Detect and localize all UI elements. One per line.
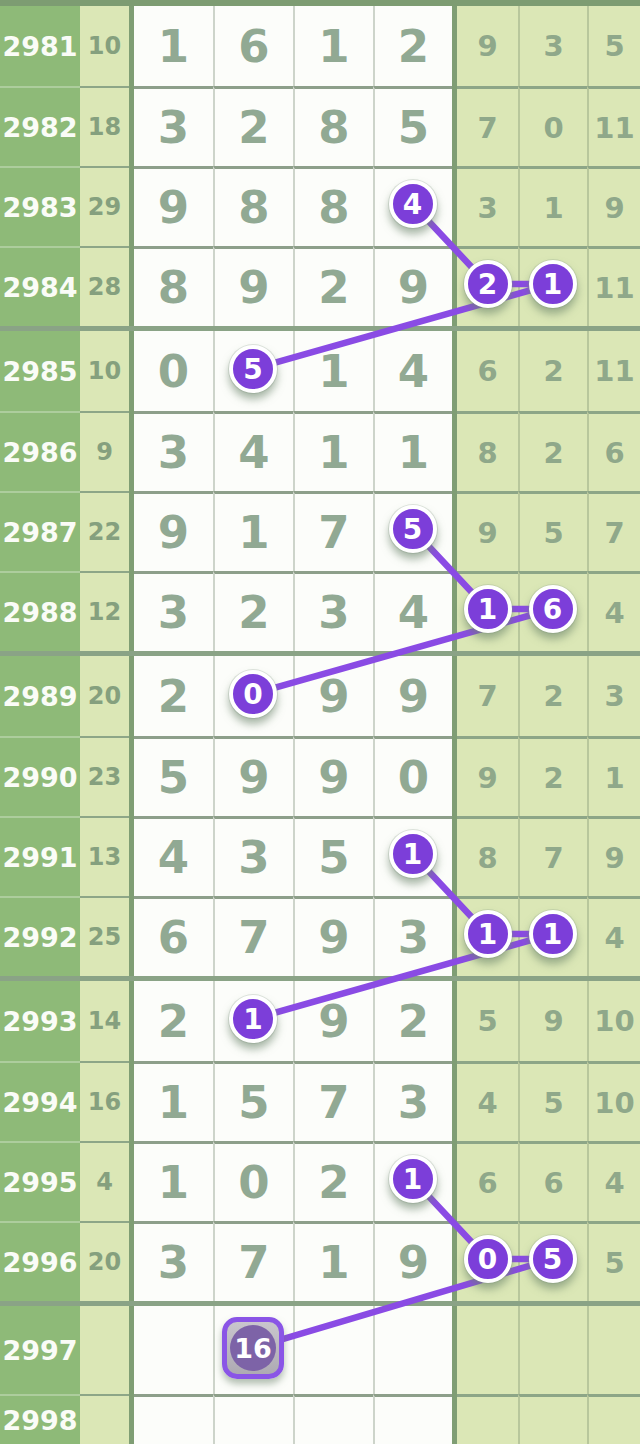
- circled-number: 1: [464, 910, 512, 958]
- digit-cell: 1: [293, 331, 373, 411]
- period-cell: 2993: [0, 981, 80, 1061]
- digit-cell: 5: [293, 816, 373, 896]
- digit-cell: 3: [293, 571, 373, 651]
- circled-number: 5: [389, 505, 437, 553]
- digit-cell: 8: [213, 166, 293, 246]
- group-separator: [0, 976, 640, 981]
- stat-cell: 7: [457, 86, 518, 166]
- stat-cell: 6: [587, 411, 640, 491]
- digit-cell: 9: [213, 246, 293, 326]
- digit-cell: 4: [373, 571, 452, 651]
- digit-cell: 2: [134, 656, 213, 736]
- circled-number: 5: [529, 1235, 577, 1283]
- stat-cell: 7: [518, 816, 587, 896]
- digit-cell: 3: [134, 86, 213, 166]
- sum-cell: [80, 1306, 129, 1394]
- period-cell: 2986: [0, 411, 80, 491]
- digit-cell: 9: [373, 246, 452, 326]
- stat-cell: 7: [457, 656, 518, 736]
- stat-cell: 10: [587, 1061, 640, 1141]
- stat-cell: 11: [587, 86, 640, 166]
- stat-cell: 5: [587, 1221, 640, 1301]
- digit-cell: [373, 1394, 452, 1444]
- stat-cell: 5: [518, 491, 587, 571]
- circled-number: 0: [464, 1235, 512, 1283]
- stat-cell: 9: [457, 6, 518, 86]
- table-row-2993: 2993142925910: [0, 981, 640, 1061]
- period-cell: 2987: [0, 491, 80, 571]
- stat-cell: 4: [587, 896, 640, 976]
- digit-cell: [134, 1394, 213, 1444]
- stat-cell: 7: [587, 491, 640, 571]
- period-cell: 2988: [0, 571, 80, 651]
- sum-cell: 10: [80, 331, 129, 411]
- digit-cell: 1: [213, 491, 293, 571]
- digit-cell: 4: [373, 331, 452, 411]
- sum-cell: 29: [80, 166, 129, 246]
- stat-cell: 2: [518, 656, 587, 736]
- period-cell: 2985: [0, 331, 80, 411]
- digit-cell: 5: [373, 86, 452, 166]
- digit-cell: 2: [213, 571, 293, 651]
- digit-cell: 9: [373, 656, 452, 736]
- table-row-2997: 2997: [0, 1306, 640, 1394]
- sum-cell: 20: [80, 656, 129, 736]
- period-cell: 2998: [0, 1394, 80, 1444]
- table-row-2991: 299113435879: [0, 816, 640, 896]
- digit-cell: 2: [373, 981, 452, 1061]
- stat-cell: 1: [518, 166, 587, 246]
- stat-cell: [587, 1306, 640, 1394]
- digit-cell: [373, 1306, 452, 1394]
- table-row-2982: 29821832857011: [0, 86, 640, 166]
- digit-cell: 3: [213, 816, 293, 896]
- digit-cell: 2: [134, 981, 213, 1061]
- digit-cell: 9: [293, 736, 373, 816]
- digit-cell: 5: [134, 736, 213, 816]
- table-row-2989: 298920299723: [0, 656, 640, 736]
- table-row-2990: 2990235990921: [0, 736, 640, 816]
- sum-cell: 28: [80, 246, 129, 326]
- digit-cell: 4: [213, 411, 293, 491]
- digit-cell: 9: [134, 166, 213, 246]
- stat-cell: [587, 1394, 640, 1444]
- sum-cell: 23: [80, 736, 129, 816]
- circled-number: 1: [389, 830, 437, 878]
- stat-cell: 3: [587, 656, 640, 736]
- digit-cell: 8: [134, 246, 213, 326]
- digit-cell: 0: [373, 736, 452, 816]
- stat-cell: 5: [518, 1061, 587, 1141]
- period-cell: 2990: [0, 736, 80, 816]
- period-cell: 2983: [0, 166, 80, 246]
- sum-cell: 20: [80, 1221, 129, 1301]
- sum-cell: [80, 1394, 129, 1444]
- lottery-trend-chart: 2981101612935298218328570112983299883192…: [0, 0, 640, 1444]
- circled-number: 1: [529, 910, 577, 958]
- stat-cell: 11: [587, 246, 640, 326]
- digit-cell: 7: [293, 1061, 373, 1141]
- sum-cell: 9: [80, 411, 129, 491]
- stat-cell: 4: [587, 571, 640, 651]
- group-separator: [0, 0, 640, 6]
- stat-cell: 1: [587, 736, 640, 816]
- group-separator: [0, 326, 640, 331]
- stat-cell: 8: [457, 816, 518, 896]
- digit-cell: 1: [373, 411, 452, 491]
- circled-number: 6: [529, 585, 577, 633]
- digit-cell: 3: [134, 411, 213, 491]
- circled-number: 1: [229, 995, 277, 1043]
- digit-cell: 6: [213, 6, 293, 86]
- sum-cell: 22: [80, 491, 129, 571]
- sum-cell: 13: [80, 816, 129, 896]
- sum-cell: 12: [80, 571, 129, 651]
- circled-number: 1: [464, 585, 512, 633]
- stat-cell: 3: [457, 166, 518, 246]
- digit-cell: [213, 1394, 293, 1444]
- stat-cell: 4: [587, 1141, 640, 1221]
- stat-cell: 4: [457, 1061, 518, 1141]
- circled-number: 1: [529, 260, 577, 308]
- period-cell: 2991: [0, 816, 80, 896]
- digit-cell: 2: [373, 6, 452, 86]
- stat-cell: 3: [518, 6, 587, 86]
- period-cell: 2992: [0, 896, 80, 976]
- stat-cell: 9: [587, 166, 640, 246]
- stat-cell: 6: [518, 1141, 587, 1221]
- digit-cell: 7: [213, 896, 293, 976]
- table-row-2995: 29954102664: [0, 1141, 640, 1221]
- digit-cell: 1: [134, 1141, 213, 1221]
- digit-cell: 4: [134, 816, 213, 896]
- digit-cell: 2: [293, 246, 373, 326]
- digit-cell: 0: [213, 1141, 293, 1221]
- stat-cell: [518, 1394, 587, 1444]
- digit-cell: 0: [134, 331, 213, 411]
- digit-cell: 9: [373, 1221, 452, 1301]
- circled-number: 5: [229, 345, 277, 393]
- digit-cell: 9: [134, 491, 213, 571]
- sum-cell: 14: [80, 981, 129, 1061]
- circled-number: 4: [389, 180, 437, 228]
- sum-cell: 10: [80, 6, 129, 86]
- stat-cell: 8: [457, 411, 518, 491]
- digit-cell: 1: [293, 411, 373, 491]
- digit-cell: [134, 1306, 213, 1394]
- digit-cell: 8: [293, 86, 373, 166]
- table-row-2985: 2985100146211: [0, 331, 640, 411]
- period-cell: 2982: [0, 86, 80, 166]
- digit-cell: 1: [293, 1221, 373, 1301]
- circled-number: 1: [389, 1155, 437, 1203]
- digit-cell: 1: [134, 6, 213, 86]
- group-separator: [0, 651, 640, 656]
- digit-cell: 9: [213, 736, 293, 816]
- next-draw-badge: 16: [222, 1317, 284, 1379]
- stat-cell: 9: [518, 981, 587, 1061]
- circled-number: 0: [229, 670, 277, 718]
- digit-cell: 7: [213, 1221, 293, 1301]
- stat-cell: [457, 1306, 518, 1394]
- stat-cell: 2: [518, 411, 587, 491]
- digit-cell: 3: [134, 571, 213, 651]
- sum-cell: 18: [80, 86, 129, 166]
- table-row-2983: 298329988319: [0, 166, 640, 246]
- stat-cell: [518, 1306, 587, 1394]
- stat-cell: 9: [457, 736, 518, 816]
- stat-cell: 11: [587, 331, 640, 411]
- sum-cell: 25: [80, 896, 129, 976]
- stat-cell: 6: [457, 1141, 518, 1221]
- sum-cell: 4: [80, 1141, 129, 1221]
- group-separator: [0, 1301, 640, 1306]
- digit-cell: 9: [293, 656, 373, 736]
- table-row-2987: 298722917957: [0, 491, 640, 571]
- period-cell: 2995: [0, 1141, 80, 1221]
- stat-cell: 0: [518, 86, 587, 166]
- digit-cell: 9: [293, 981, 373, 1061]
- table-row-2998: 2998: [0, 1394, 640, 1444]
- period-cell: 2994: [0, 1061, 80, 1141]
- digit-cell: 6: [134, 896, 213, 976]
- stat-cell: 5: [457, 981, 518, 1061]
- digit-cell: 9: [293, 896, 373, 976]
- digit-cell: 1: [293, 6, 373, 86]
- table-row-2994: 29941615734510: [0, 1061, 640, 1141]
- sum-cell: 16: [80, 1061, 129, 1141]
- digit-cell: [293, 1306, 373, 1394]
- period-cell: 2981: [0, 6, 80, 86]
- digit-cell: 3: [134, 1221, 213, 1301]
- digit-cell: 1: [134, 1061, 213, 1141]
- digit-cell: 2: [213, 86, 293, 166]
- digit-cell: 3: [373, 1061, 452, 1141]
- stat-cell: 10: [587, 981, 640, 1061]
- table-row-2986: 298693411826: [0, 411, 640, 491]
- period-cell: 2989: [0, 656, 80, 736]
- digit-cell: 3: [373, 896, 452, 976]
- stat-cell: 9: [457, 491, 518, 571]
- stat-cell: 2: [518, 736, 587, 816]
- table-row-2981: 2981101612935: [0, 6, 640, 86]
- digit-cell: [293, 1394, 373, 1444]
- circled-number: 2: [464, 260, 512, 308]
- next-draw-badge-value: 16: [230, 1325, 276, 1371]
- period-cell: 2984: [0, 246, 80, 326]
- digit-cell: 7: [293, 491, 373, 571]
- digit-cell: 5: [213, 1061, 293, 1141]
- digit-cell: 2: [293, 1141, 373, 1221]
- period-cell: 2997: [0, 1306, 80, 1394]
- stat-cell: 9: [587, 816, 640, 896]
- period-cell: 2996: [0, 1221, 80, 1301]
- stat-cell: 6: [457, 331, 518, 411]
- stat-cell: 2: [518, 331, 587, 411]
- stat-cell: 5: [587, 6, 640, 86]
- digit-cell: 8: [293, 166, 373, 246]
- stat-cell: [457, 1394, 518, 1444]
